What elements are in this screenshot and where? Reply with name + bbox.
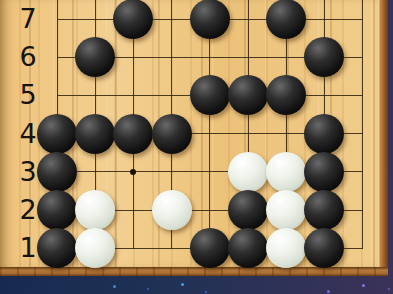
black-stone-col6-row2 [228,190,268,230]
black-stone-col1-row1 [37,228,77,268]
star-speck [181,283,184,286]
row-label-5: 5 [10,79,46,111]
white-stone-col2-row2 [75,190,115,230]
star-speck [147,288,149,290]
black-stone-col5-row7 [190,0,230,39]
board-rim-right [378,0,388,276]
row-label-6: 6 [10,41,46,73]
app-screen: 7654321 [0,0,393,294]
black-stone-col8-row3 [304,152,344,192]
white-stone-col7-row2 [266,190,306,230]
black-stone-col8-row4 [304,114,344,154]
white-stone-col7-row3 [266,152,306,192]
black-stone-col3-row4 [113,114,153,154]
row-label-7: 7 [10,3,46,35]
star-speck [327,290,330,293]
white-stone-col6-row3 [228,152,268,192]
grid-line-vertical [362,0,363,249]
black-stone-col2-row4 [75,114,115,154]
black-stone-col4-row4 [152,114,192,154]
star-speck [362,284,365,287]
star-speck [113,285,116,288]
star-speck [205,291,207,293]
star-speck [388,288,390,290]
black-stone-col1-row4 [37,114,77,154]
black-stone-col5-row1 [190,228,230,268]
board-rim-bottom [0,267,388,276]
black-stone-col1-row3 [37,152,77,192]
black-stone-col1-row2 [37,190,77,230]
white-stone-col4-row2 [152,190,192,230]
black-stone-col6-row1 [228,228,268,268]
black-stone-col5-row5 [190,75,230,115]
